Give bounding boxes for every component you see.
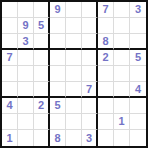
cell-r1c3[interactable]	[34, 2, 50, 18]
cell-r2c7[interactable]	[98, 18, 114, 34]
cell-r9c9[interactable]	[130, 130, 146, 146]
cell-r5c8[interactable]	[114, 66, 130, 82]
cell-r9c7[interactable]	[98, 130, 114, 146]
cell-r6c8[interactable]	[114, 82, 130, 98]
cell-r4c2[interactable]	[18, 50, 34, 66]
cell-r7c7[interactable]	[98, 98, 114, 114]
cell-r7c4[interactable]: 5	[50, 98, 66, 114]
cell-r4c9[interactable]: 5	[130, 50, 146, 66]
cell-r8c8[interactable]: 1	[114, 114, 130, 130]
cell-r9c6[interactable]: 3	[82, 130, 98, 146]
cell-r4c4[interactable]	[50, 50, 66, 66]
cell-r9c8[interactable]	[114, 130, 130, 146]
cell-r6c3[interactable]	[34, 82, 50, 98]
cell-r3c6[interactable]	[82, 34, 98, 50]
cell-r2c3[interactable]: 5	[34, 18, 50, 34]
cell-r1c4[interactable]: 9	[50, 2, 66, 18]
cell-r5c4[interactable]	[50, 66, 66, 82]
cell-r8c3[interactable]	[34, 114, 50, 130]
cell-r7c6[interactable]	[82, 98, 98, 114]
cell-r9c1[interactable]: 1	[2, 130, 18, 146]
cell-r1c7[interactable]: 7	[98, 2, 114, 18]
cell-r7c8[interactable]	[114, 98, 130, 114]
cell-r6c2[interactable]	[18, 82, 34, 98]
cell-r7c5[interactable]	[66, 98, 82, 114]
cell-r4c3[interactable]	[34, 50, 50, 66]
cell-r3c3[interactable]	[34, 34, 50, 50]
cell-r8c7[interactable]	[98, 114, 114, 130]
cell-r9c2[interactable]	[18, 130, 34, 146]
cell-r6c1[interactable]	[2, 82, 18, 98]
cell-r4c6[interactable]	[82, 50, 98, 66]
cell-r4c1[interactable]: 7	[2, 50, 18, 66]
cell-r6c4[interactable]	[50, 82, 66, 98]
cell-r2c8[interactable]	[114, 18, 130, 34]
cell-r1c8[interactable]	[114, 2, 130, 18]
cell-r1c1[interactable]	[2, 2, 18, 18]
cell-r3c8[interactable]	[114, 34, 130, 50]
cell-r8c2[interactable]	[18, 114, 34, 130]
cell-r8c9[interactable]	[130, 114, 146, 130]
cell-r7c2[interactable]	[18, 98, 34, 114]
cell-r1c2[interactable]	[18, 2, 34, 18]
cell-r2c5[interactable]	[66, 18, 82, 34]
cell-r1c9[interactable]: 3	[130, 2, 146, 18]
cell-r3c5[interactable]	[66, 34, 82, 50]
cell-r3c2[interactable]: 3	[18, 34, 34, 50]
cell-r8c4[interactable]	[50, 114, 66, 130]
cell-r2c9[interactable]	[130, 18, 146, 34]
cell-r8c1[interactable]	[2, 114, 18, 130]
cell-r5c9[interactable]	[130, 66, 146, 82]
cell-r1c6[interactable]	[82, 2, 98, 18]
cell-r2c1[interactable]	[2, 18, 18, 34]
cell-r4c5[interactable]	[66, 50, 82, 66]
cell-r7c3[interactable]: 2	[34, 98, 50, 114]
cell-r4c7[interactable]: 2	[98, 50, 114, 66]
cell-r6c5[interactable]	[66, 82, 82, 98]
cell-r1c5[interactable]	[66, 2, 82, 18]
cell-r4c8[interactable]	[114, 50, 130, 66]
cell-r2c6[interactable]	[82, 18, 98, 34]
cell-r5c6[interactable]	[82, 66, 98, 82]
cell-r9c4[interactable]: 8	[50, 130, 66, 146]
cell-r5c2[interactable]	[18, 66, 34, 82]
cell-r3c1[interactable]	[2, 34, 18, 50]
cell-r8c6[interactable]	[82, 114, 98, 130]
cell-r3c9[interactable]	[130, 34, 146, 50]
cell-r7c1[interactable]: 4	[2, 98, 18, 114]
cell-r2c2[interactable]: 9	[18, 18, 34, 34]
cell-r3c4[interactable]	[50, 34, 66, 50]
cell-r5c7[interactable]	[98, 66, 114, 82]
cell-r6c7[interactable]	[98, 82, 114, 98]
cell-r5c1[interactable]	[2, 66, 18, 82]
cell-r7c9[interactable]	[130, 98, 146, 114]
cell-r5c5[interactable]	[66, 66, 82, 82]
cell-r6c9[interactable]: 4	[130, 82, 146, 98]
sudoku-board: 9739538725744251183	[0, 0, 148, 148]
cell-r9c5[interactable]	[66, 130, 82, 146]
cell-r6c6[interactable]: 7	[82, 82, 98, 98]
cell-r2c4[interactable]	[50, 18, 66, 34]
cell-r9c3[interactable]	[34, 130, 50, 146]
cell-r3c7[interactable]: 8	[98, 34, 114, 50]
cell-r8c5[interactable]	[66, 114, 82, 130]
cell-r5c3[interactable]	[34, 66, 50, 82]
